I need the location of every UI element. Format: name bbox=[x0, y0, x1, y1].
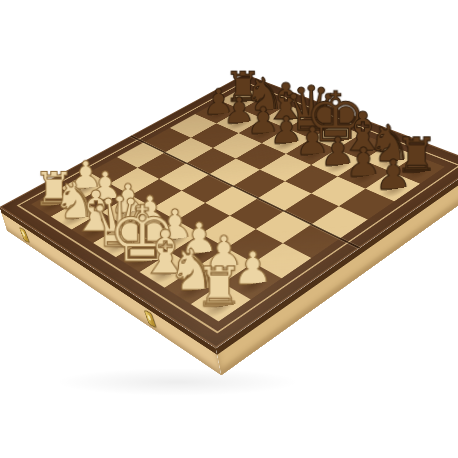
square-a7 bbox=[195, 101, 241, 124]
square-b5 bbox=[165, 138, 213, 163]
square-c6 bbox=[213, 133, 262, 158]
rook-glyph: ♜ bbox=[190, 67, 296, 108]
knight-glyph: ♞ bbox=[210, 72, 318, 118]
square-a8 bbox=[220, 87, 265, 109]
square-b6 bbox=[191, 123, 239, 148]
square-d6 bbox=[236, 143, 286, 169]
piece-shadow bbox=[202, 105, 236, 123]
square-c8 bbox=[263, 105, 311, 129]
product-photo-scene: ♜♞♝♛♚♝♞♜♟♟♟♟♟♟♟♟♟♟♟♟♟♟♟♟♜♞♝♛♚♝♞♜ bbox=[0, 0, 458, 458]
bishop-glyph: ♝ bbox=[231, 77, 341, 127]
piece-shadow bbox=[247, 101, 281, 119]
piece-shadow bbox=[226, 93, 260, 110]
square-a4 bbox=[117, 142, 165, 167]
queen-glyph: ♛ bbox=[255, 78, 367, 140]
piece-shadow bbox=[268, 110, 303, 128]
square-d5 bbox=[209, 159, 260, 186]
piece-shadow bbox=[294, 120, 330, 139]
pawn-glyph: ♟ bbox=[185, 92, 294, 128]
square-a6 bbox=[170, 114, 217, 138]
piece-shadow bbox=[269, 133, 305, 153]
square-c5 bbox=[186, 148, 235, 174]
brass-latch-icon bbox=[19, 227, 30, 243]
square-c7 bbox=[239, 119, 287, 144]
pawn-glyph: ♟ bbox=[165, 84, 272, 120]
board-tilt-wrapper: ♜♞♝♛♚♝♞♜♟♟♟♟♟♟♟♟♟♟♟♟♟♟♟♟♜♞♝♛♚♝♞♜ bbox=[0, 74, 458, 348]
square-a5 bbox=[144, 128, 191, 153]
chess-board: ♜♞♝♛♚♝♞♜♟♟♟♟♟♟♟♟♟♟♟♟♟♟♟♟♜♞♝♛♚♝♞♜ bbox=[0, 74, 458, 348]
piece-shadow bbox=[246, 124, 282, 143]
pawn-glyph: ♟ bbox=[208, 102, 320, 139]
square-d8 bbox=[287, 114, 336, 138]
square-b8 bbox=[241, 96, 288, 119]
board-rotation-wrapper: ♜♞♝♛♚♝♞♜♟♟♟♟♟♟♟♟♟♟♟♟♟♟♟♟♜♞♝♛♚♝♞♜ bbox=[34, 0, 433, 385]
square-b7 bbox=[216, 109, 263, 133]
piece-shadow bbox=[222, 114, 257, 132]
pieces-layer: ♜♞♝♛♚♝♞♜♟♟♟♟♟♟♟♟♟♟♟♟♟♟♟♟♜♞♝♛♚♝♞♜ bbox=[0, 74, 458, 348]
